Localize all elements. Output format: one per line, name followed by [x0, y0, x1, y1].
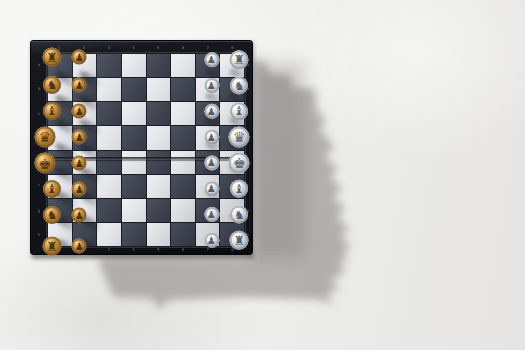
square-d6[interactable] — [171, 126, 195, 149]
coord-label: 8 — [231, 46, 234, 50]
coord-label: 7 — [207, 46, 210, 50]
coord-label: g — [38, 209, 41, 213]
piece-gold-pawn[interactable]: ♟ — [72, 49, 87, 64]
piece-gold-pawn[interactable]: ♟ — [72, 239, 87, 254]
square-c8[interactable]: ♝ — [220, 102, 244, 125]
coord-label: 5 — [157, 248, 160, 252]
square-f7[interactable]: ♟ — [196, 175, 220, 198]
square-a5[interactable] — [147, 54, 171, 77]
chess-board: 12345678 12345678 abcdefgh abcdefgh ♜♟♟♜… — [30, 40, 253, 255]
piece-glyph: ♜ — [46, 49, 58, 64]
piece-gold-rook[interactable]: ♜ — [42, 47, 61, 66]
coord-label: 7 — [207, 248, 210, 252]
coord-label: f — [38, 184, 39, 188]
coord-label: b — [38, 87, 41, 91]
piece-glyph: ♟ — [75, 105, 84, 116]
piece-silver-pawn[interactable]: ♟ — [204, 52, 219, 67]
piece-silver-pawn[interactable]: ♟ — [204, 130, 219, 145]
piece-gold-knight[interactable]: ♞ — [43, 76, 61, 94]
piece-gold-rook[interactable]: ♜ — [42, 237, 61, 256]
piece-gold-bishop[interactable]: ♝ — [43, 102, 61, 120]
piece-silver-king[interactable]: ♚ — [229, 152, 250, 173]
coord-label: c — [38, 112, 40, 116]
piece-gold-pawn[interactable]: ♟ — [72, 208, 87, 223]
piece-silver-bishop[interactable]: ♝ — [230, 180, 248, 198]
piece-glyph: ♝ — [234, 182, 245, 196]
piece-glyph: ♟ — [75, 79, 84, 90]
piece-silver-pawn[interactable]: ♟ — [204, 207, 219, 222]
cast-shadow-core — [250, 62, 305, 258]
coord-label: 3 — [108, 46, 111, 50]
square-e7[interactable]: ♟ — [196, 151, 220, 174]
piece-glyph: ♟ — [207, 235, 216, 246]
square-b6[interactable] — [171, 78, 195, 101]
piece-silver-rook[interactable]: ♜ — [230, 50, 249, 69]
piece-gold-pawn[interactable]: ♟ — [72, 129, 87, 144]
piece-glyph: ♟ — [207, 157, 216, 168]
piece-silver-rook[interactable]: ♜ — [230, 231, 249, 250]
piece-gold-queen[interactable]: ♛ — [34, 126, 55, 147]
piece-glyph: ♟ — [75, 131, 84, 142]
piece-glyph: ♝ — [46, 104, 57, 118]
piece-glyph: ♞ — [234, 208, 245, 222]
square-g8[interactable]: ♞ — [220, 199, 244, 222]
piece-gold-pawn[interactable]: ♟ — [72, 103, 87, 118]
coord-label: 3 — [108, 248, 111, 252]
piece-gold-pawn[interactable]: ♟ — [72, 156, 87, 171]
piece-glyph: ♚ — [233, 155, 246, 171]
piece-glyph: ♟ — [207, 209, 216, 220]
coord-label: 4 — [132, 248, 135, 252]
square-a1[interactable]: ♜ — [48, 54, 72, 77]
piece-glyph: ♛ — [39, 129, 52, 145]
square-a3[interactable] — [97, 54, 121, 77]
board-grid: ♜♟♟♜♞♟♟♞♝♟♟♝♛♟♟♛♚♟♟♚♝♟♟♝♞♟♟♞♜♟♟♜ — [47, 53, 245, 247]
piece-glyph: ♜ — [46, 239, 58, 254]
piece-glyph: ♚ — [39, 155, 52, 171]
square-f8[interactable]: ♝ — [220, 175, 244, 198]
piece-glyph: ♟ — [75, 241, 84, 252]
square-d4[interactable] — [122, 126, 146, 149]
piece-glyph: ♜ — [233, 52, 245, 67]
coord-label: 6 — [182, 248, 185, 252]
piece-glyph: ♞ — [46, 78, 57, 92]
square-f6[interactable] — [171, 175, 195, 198]
coord-label: a — [38, 63, 40, 67]
square-h5[interactable] — [147, 223, 171, 246]
coord-label: 4 — [132, 46, 135, 50]
square-g5[interactable] — [147, 199, 171, 222]
piece-glyph: ♟ — [75, 158, 84, 169]
piece-gold-pawn[interactable]: ♟ — [72, 182, 87, 197]
square-g6[interactable] — [171, 199, 195, 222]
piece-glyph: ♝ — [234, 104, 245, 118]
square-c7[interactable]: ♟ — [196, 102, 220, 125]
piece-silver-knight[interactable]: ♞ — [230, 206, 248, 224]
piece-glyph: ♛ — [233, 129, 246, 145]
piece-gold-knight[interactable]: ♞ — [43, 206, 61, 224]
square-b5[interactable] — [147, 78, 171, 101]
square-c6[interactable] — [171, 102, 195, 125]
square-b8[interactable]: ♞ — [220, 78, 244, 101]
square-a2[interactable]: ♟ — [73, 54, 97, 77]
square-h7[interactable]: ♟ — [196, 223, 220, 246]
piece-glyph: ♟ — [75, 210, 84, 221]
piece-glyph: ♟ — [75, 184, 84, 195]
piece-glyph: ♟ — [75, 51, 84, 62]
square-h4[interactable] — [122, 223, 146, 246]
square-b7[interactable]: ♟ — [196, 78, 220, 101]
coord-label: h — [38, 233, 41, 237]
piece-silver-bishop[interactable]: ♝ — [230, 102, 248, 120]
piece-silver-pawn[interactable]: ♟ — [204, 104, 219, 119]
coord-label: 5 — [157, 46, 160, 50]
piece-glyph: ♟ — [207, 80, 216, 91]
piece-silver-pawn[interactable]: ♟ — [204, 155, 219, 170]
piece-glyph: ♟ — [207, 54, 216, 65]
square-c4[interactable] — [122, 102, 146, 125]
square-c5[interactable] — [147, 102, 171, 125]
piece-silver-pawn[interactable]: ♟ — [204, 233, 219, 248]
square-e6[interactable] — [171, 151, 195, 174]
piece-silver-queen[interactable]: ♛ — [229, 127, 250, 148]
square-g7[interactable]: ♟ — [196, 199, 220, 222]
piece-gold-pawn[interactable]: ♟ — [72, 77, 87, 92]
piece-glyph: ♟ — [207, 132, 216, 143]
square-e8[interactable]: ♚ — [220, 151, 244, 174]
piece-glyph: ♞ — [234, 78, 245, 92]
square-f5[interactable] — [147, 175, 171, 198]
square-e4[interactable] — [122, 151, 146, 174]
coords-left: abcdefgh — [35, 53, 43, 247]
piece-silver-knight[interactable]: ♞ — [230, 76, 248, 94]
piece-glyph: ♞ — [46, 208, 57, 222]
square-b4[interactable] — [122, 78, 146, 101]
square-g4[interactable] — [122, 199, 146, 222]
piece-glyph: ♝ — [46, 182, 57, 196]
square-a4[interactable] — [122, 54, 146, 77]
piece-glyph: ♟ — [207, 183, 216, 194]
piece-gold-bishop[interactable]: ♝ — [43, 180, 61, 198]
piece-glyph: ♜ — [233, 233, 245, 248]
square-h8[interactable]: ♜ — [220, 223, 244, 246]
square-a7[interactable]: ♟ — [196, 54, 220, 77]
square-d8[interactable]: ♛ — [220, 126, 244, 149]
piece-silver-pawn[interactable]: ♟ — [204, 181, 219, 196]
piece-silver-pawn[interactable]: ♟ — [204, 78, 219, 93]
square-h6[interactable] — [171, 223, 195, 246]
square-e5[interactable] — [147, 151, 171, 174]
square-d5[interactable] — [147, 126, 171, 149]
piece-gold-king[interactable]: ♚ — [34, 153, 55, 174]
square-d7[interactable]: ♟ — [196, 126, 220, 149]
square-f4[interactable] — [122, 175, 146, 198]
square-a6[interactable] — [171, 54, 195, 77]
coord-label: 6 — [182, 46, 185, 50]
piece-glyph: ♟ — [207, 106, 216, 117]
square-a8[interactable]: ♜ — [220, 54, 244, 77]
